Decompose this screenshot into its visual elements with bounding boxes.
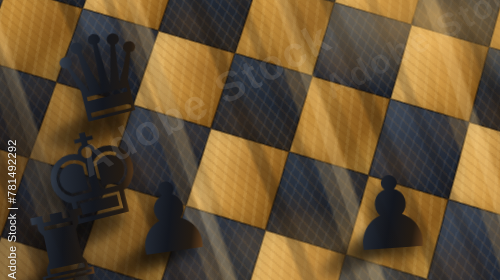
chess-piece-black-pawn-2: ♟ (343, 161, 439, 267)
stock-photo-chess-scene: ♛♚♜♟♟ Adobe Stock Adobe Stock Adobe Stoc… (0, 0, 500, 280)
chess-piece-black-pawn-1: ♟ (121, 165, 220, 272)
watermark-id-label: Adobe Stock | #781492292 (6, 139, 18, 279)
